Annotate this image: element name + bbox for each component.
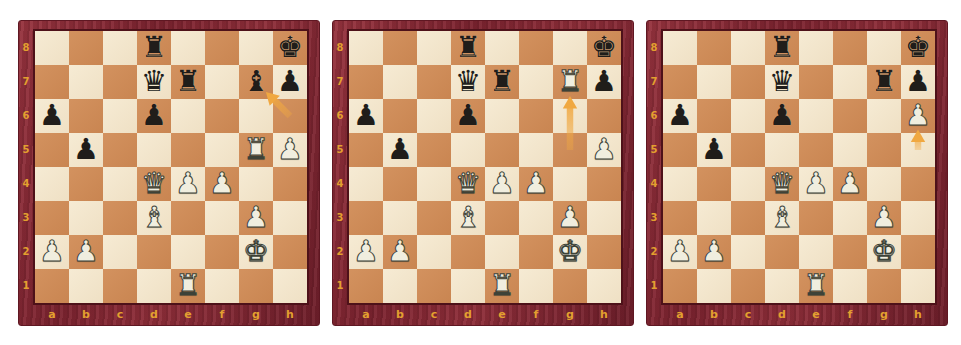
square-a1 (349, 269, 383, 303)
piece-black-pawn-h7: ♟ (905, 64, 931, 98)
piece-white-pawn-e4: ♟ (175, 166, 201, 200)
square-b6 (697, 99, 731, 133)
square-h3 (587, 201, 621, 235)
file-label-e: e (171, 305, 205, 327)
piece-white-rook-e1: ♜ (489, 268, 515, 302)
square-e6 (485, 99, 519, 133)
rank-label-8: 8 (647, 31, 661, 65)
square-a5 (663, 133, 697, 167)
piece-black-king-h8: ♚ (905, 30, 931, 64)
square-d3: ♝ (137, 201, 171, 235)
square-e4: ♟ (485, 167, 519, 201)
square-d1 (451, 269, 485, 303)
file-labels: abcdefgh (663, 305, 935, 327)
square-f4: ♟ (205, 167, 239, 201)
file-label-h: h (273, 305, 307, 327)
file-label-d: d (137, 305, 171, 327)
square-g8 (239, 31, 273, 65)
square-h2 (587, 235, 621, 269)
square-g5 (867, 133, 901, 167)
square-f3 (519, 201, 553, 235)
square-c4 (103, 167, 137, 201)
piece-white-pawn-e4: ♟ (489, 166, 515, 200)
square-g3: ♟ (553, 201, 587, 235)
square-h8: ♚ (587, 31, 621, 65)
square-e4: ♟ (799, 167, 833, 201)
square-g7: ♜ (867, 65, 901, 99)
piece-white-pawn-b2: ♟ (73, 234, 99, 268)
square-a2: ♟ (663, 235, 697, 269)
piece-black-pawn-a6: ♟ (667, 98, 693, 132)
square-e3 (799, 201, 833, 235)
piece-white-pawn-f4: ♟ (837, 166, 863, 200)
square-h4 (587, 167, 621, 201)
square-d2 (451, 235, 485, 269)
piece-black-rook-g7: ♜ (871, 64, 897, 98)
file-label-b: b (69, 305, 103, 327)
square-c7 (731, 65, 765, 99)
piece-white-king-g2: ♚ (557, 234, 583, 268)
square-f2 (205, 235, 239, 269)
piece-black-pawn-d6: ♟ (141, 98, 167, 132)
square-c5 (103, 133, 137, 167)
file-label-a: a (349, 305, 383, 327)
piece-black-pawn-h7: ♟ (277, 64, 303, 98)
piece-white-bishop-d3: ♝ (141, 200, 167, 234)
square-a1 (35, 269, 69, 303)
square-f2 (833, 235, 867, 269)
piece-white-king-g2: ♚ (243, 234, 269, 268)
square-c3 (731, 201, 765, 235)
piece-white-pawn-a2: ♟ (667, 234, 693, 268)
square-a8 (663, 31, 697, 65)
square-g4 (553, 167, 587, 201)
square-h6 (273, 99, 307, 133)
square-c1 (731, 269, 765, 303)
square-b4 (383, 167, 417, 201)
square-d5 (451, 133, 485, 167)
square-f5 (519, 133, 553, 167)
square-a2: ♟ (349, 235, 383, 269)
piece-white-queen-d4: ♛ (455, 166, 481, 200)
square-f5 (833, 133, 867, 167)
square-d4: ♛ (451, 167, 485, 201)
squares-grid: ♜♚♛♜♝♟♟♟♟♜♟♛♟♟♝♟♟♟♚♜ (33, 29, 309, 305)
square-h7: ♟ (901, 65, 935, 99)
rank-labels: 87654321 (647, 31, 661, 303)
file-label-c: c (731, 305, 765, 327)
square-f8 (205, 31, 239, 65)
square-b8 (69, 31, 103, 65)
square-h4 (273, 167, 307, 201)
square-f2 (519, 235, 553, 269)
square-e2 (485, 235, 519, 269)
square-h1 (273, 269, 307, 303)
square-d2 (137, 235, 171, 269)
square-a6: ♟ (349, 99, 383, 133)
square-h6: ♟ (901, 99, 935, 133)
square-a1 (663, 269, 697, 303)
square-b7 (69, 65, 103, 99)
square-c7 (417, 65, 451, 99)
square-c5 (417, 133, 451, 167)
square-d6: ♟ (765, 99, 799, 133)
square-d1 (137, 269, 171, 303)
square-a4 (349, 167, 383, 201)
squares-grid: ♜♚♛♜♟♟♟♟♟♛♟♟♝♟♟♟♚♜ (661, 29, 937, 305)
square-h1 (901, 269, 935, 303)
square-a5 (349, 133, 383, 167)
square-b2: ♟ (383, 235, 417, 269)
rank-label-4: 4 (19, 167, 33, 201)
square-f1 (833, 269, 867, 303)
square-c5 (731, 133, 765, 167)
square-d1 (765, 269, 799, 303)
square-f7 (205, 65, 239, 99)
rank-label-7: 7 (333, 65, 347, 99)
square-f6 (205, 99, 239, 133)
square-c7 (103, 65, 137, 99)
file-label-h: h (587, 305, 621, 327)
rank-label-3: 3 (333, 201, 347, 235)
square-e4: ♟ (171, 167, 205, 201)
square-d5 (765, 133, 799, 167)
square-f4: ♟ (519, 167, 553, 201)
piece-white-rook-g7: ♜ (557, 64, 583, 98)
square-g5 (553, 133, 587, 167)
square-b5: ♟ (697, 133, 731, 167)
square-g7: ♜ (553, 65, 587, 99)
piece-white-pawn-g3: ♟ (871, 200, 897, 234)
piece-white-pawn-h5: ♟ (277, 132, 303, 166)
square-b4 (69, 167, 103, 201)
square-e1: ♜ (485, 269, 519, 303)
square-c6 (417, 99, 451, 133)
square-g2: ♚ (867, 235, 901, 269)
square-e8 (799, 31, 833, 65)
square-b5: ♟ (69, 133, 103, 167)
piece-black-pawn-b5: ♟ (701, 132, 727, 166)
piece-black-king-h8: ♚ (277, 30, 303, 64)
square-b8 (383, 31, 417, 65)
square-g1 (239, 269, 273, 303)
rank-label-3: 3 (647, 201, 661, 235)
square-a6: ♟ (35, 99, 69, 133)
piece-black-rook-d8: ♜ (455, 30, 481, 64)
piece-white-pawn-g3: ♟ (243, 200, 269, 234)
square-h5 (901, 133, 935, 167)
square-b2: ♟ (69, 235, 103, 269)
square-d3: ♝ (765, 201, 799, 235)
square-d8: ♜ (451, 31, 485, 65)
piece-black-rook-e7: ♜ (175, 64, 201, 98)
piece-black-queen-d7: ♛ (455, 64, 481, 98)
square-e7 (799, 65, 833, 99)
piece-white-pawn-e4: ♟ (803, 166, 829, 200)
file-label-c: c (417, 305, 451, 327)
square-g8 (867, 31, 901, 65)
square-h8: ♚ (273, 31, 307, 65)
square-c4 (417, 167, 451, 201)
square-c2 (103, 235, 137, 269)
square-f6 (833, 99, 867, 133)
square-d4: ♛ (765, 167, 799, 201)
square-d2 (765, 235, 799, 269)
square-a3 (349, 201, 383, 235)
piece-white-rook-e1: ♜ (175, 268, 201, 302)
square-b1 (697, 269, 731, 303)
square-b7 (383, 65, 417, 99)
piece-black-rook-d8: ♜ (769, 30, 795, 64)
piece-black-pawn-a6: ♟ (353, 98, 379, 132)
rank-label-3: 3 (19, 201, 33, 235)
square-a8 (35, 31, 69, 65)
file-label-a: a (663, 305, 697, 327)
file-label-g: g (867, 305, 901, 327)
rank-label-6: 6 (647, 99, 661, 133)
square-c6 (103, 99, 137, 133)
piece-white-rook-g5: ♜ (243, 132, 269, 166)
rank-label-4: 4 (647, 167, 661, 201)
square-g1 (553, 269, 587, 303)
square-a4 (663, 167, 697, 201)
square-g2: ♚ (553, 235, 587, 269)
square-h1 (587, 269, 621, 303)
rank-label-5: 5 (19, 133, 33, 167)
square-h2 (901, 235, 935, 269)
rank-label-7: 7 (647, 65, 661, 99)
square-h2 (273, 235, 307, 269)
piece-black-pawn-b5: ♟ (387, 132, 413, 166)
piece-white-bishop-d3: ♝ (455, 200, 481, 234)
file-label-e: e (485, 305, 519, 327)
piece-white-pawn-f4: ♟ (523, 166, 549, 200)
square-a3 (663, 201, 697, 235)
rank-labels: 87654321 (19, 31, 33, 303)
piece-black-rook-d8: ♜ (141, 30, 167, 64)
square-c4 (731, 167, 765, 201)
rank-label-7: 7 (19, 65, 33, 99)
file-labels: abcdefgh (35, 305, 307, 327)
file-label-a: a (35, 305, 69, 327)
rank-label-1: 1 (647, 269, 661, 303)
piece-white-pawn-b2: ♟ (387, 234, 413, 268)
square-c8 (103, 31, 137, 65)
square-c8 (731, 31, 765, 65)
square-g6 (553, 99, 587, 133)
square-e2 (799, 235, 833, 269)
square-h4 (901, 167, 935, 201)
file-label-d: d (451, 305, 485, 327)
square-d6: ♟ (137, 99, 171, 133)
square-e3 (171, 201, 205, 235)
chess-board-3: 87654321 ♜♚♛♜♟♟♟♟♟♛♟♟♝♟♟♟♚♜ abcdefgh (646, 20, 948, 326)
rank-labels: 87654321 (333, 31, 347, 303)
square-f5 (205, 133, 239, 167)
square-a7 (663, 65, 697, 99)
square-f7 (833, 65, 867, 99)
square-a2: ♟ (35, 235, 69, 269)
square-g1 (867, 269, 901, 303)
square-d5 (137, 133, 171, 167)
square-c8 (417, 31, 451, 65)
piece-white-pawn-f4: ♟ (209, 166, 235, 200)
file-label-c: c (103, 305, 137, 327)
square-a4 (35, 167, 69, 201)
file-label-b: b (697, 305, 731, 327)
square-h3 (273, 201, 307, 235)
square-f7 (519, 65, 553, 99)
square-d6: ♟ (451, 99, 485, 133)
rank-label-2: 2 (333, 235, 347, 269)
square-h7: ♟ (587, 65, 621, 99)
square-g3: ♟ (867, 201, 901, 235)
square-e5 (171, 133, 205, 167)
rank-label-4: 4 (333, 167, 347, 201)
square-h5: ♟ (273, 133, 307, 167)
square-f1 (519, 269, 553, 303)
square-b3 (69, 201, 103, 235)
piece-white-rook-e1: ♜ (803, 268, 829, 302)
square-e5 (485, 133, 519, 167)
chess-diagram-sequence: 87654321 ♜♚♛♜♝♟♟♟♟♜♟♛♟♟♝♟♟♟♚♜ abcdefgh 8… (0, 0, 961, 345)
square-b1 (69, 269, 103, 303)
file-label-e: e (799, 305, 833, 327)
piece-white-pawn-g3: ♟ (557, 200, 583, 234)
square-a6: ♟ (663, 99, 697, 133)
piece-black-king-h8: ♚ (591, 30, 617, 64)
piece-white-pawn-a2: ♟ (39, 234, 65, 268)
square-a5 (35, 133, 69, 167)
piece-white-queen-d4: ♛ (141, 166, 167, 200)
piece-white-king-g2: ♚ (871, 234, 897, 268)
square-c3 (417, 201, 451, 235)
square-g6 (239, 99, 273, 133)
square-d8: ♜ (137, 31, 171, 65)
square-f6 (519, 99, 553, 133)
square-h3 (901, 201, 935, 235)
piece-white-pawn-h6: ♟ (905, 98, 931, 132)
square-f8 (833, 31, 867, 65)
square-g2: ♚ (239, 235, 273, 269)
square-e5 (799, 133, 833, 167)
file-labels: abcdefgh (349, 305, 621, 327)
square-f3 (205, 201, 239, 235)
square-d7: ♛ (137, 65, 171, 99)
piece-black-pawn-d6: ♟ (455, 98, 481, 132)
square-g4 (867, 167, 901, 201)
square-b6 (69, 99, 103, 133)
square-b6 (383, 99, 417, 133)
rank-label-2: 2 (647, 235, 661, 269)
piece-black-pawn-d6: ♟ (769, 98, 795, 132)
chess-board-2: 87654321 ♜♚♛♜♜♟♟♟♟♟♛♟♟♝♟♟♟♚♜ abcdefgh (332, 20, 634, 326)
square-f3 (833, 201, 867, 235)
square-f1 (205, 269, 239, 303)
square-f4: ♟ (833, 167, 867, 201)
square-e2 (171, 235, 205, 269)
square-c1 (103, 269, 137, 303)
square-a3 (35, 201, 69, 235)
square-g6 (867, 99, 901, 133)
square-e8 (171, 31, 205, 65)
square-e6 (171, 99, 205, 133)
piece-black-rook-e7: ♜ (489, 64, 515, 98)
piece-black-pawn-b5: ♟ (73, 132, 99, 166)
piece-white-queen-d4: ♛ (769, 166, 795, 200)
square-c3 (103, 201, 137, 235)
file-label-f: f (205, 305, 239, 327)
rank-label-1: 1 (19, 269, 33, 303)
square-b7 (697, 65, 731, 99)
piece-black-bishop-g7: ♝ (243, 64, 269, 98)
square-a8 (349, 31, 383, 65)
rank-label-8: 8 (19, 31, 33, 65)
file-label-f: f (833, 305, 867, 327)
square-e8 (485, 31, 519, 65)
square-e1: ♜ (799, 269, 833, 303)
square-d8: ♜ (765, 31, 799, 65)
square-e1: ♜ (171, 269, 205, 303)
square-d7: ♛ (765, 65, 799, 99)
square-e6 (799, 99, 833, 133)
square-g7: ♝ (239, 65, 273, 99)
square-b1 (383, 269, 417, 303)
squares-grid: ♜♚♛♜♜♟♟♟♟♟♛♟♟♝♟♟♟♚♜ (347, 29, 623, 305)
piece-black-pawn-h7: ♟ (591, 64, 617, 98)
square-h5: ♟ (587, 133, 621, 167)
square-d7: ♛ (451, 65, 485, 99)
square-g3: ♟ (239, 201, 273, 235)
square-b3 (383, 201, 417, 235)
square-b3 (697, 201, 731, 235)
square-c2 (417, 235, 451, 269)
rank-label-5: 5 (647, 133, 661, 167)
square-g8 (553, 31, 587, 65)
rank-label-5: 5 (333, 133, 347, 167)
square-f8 (519, 31, 553, 65)
rank-label-8: 8 (333, 31, 347, 65)
rank-label-2: 2 (19, 235, 33, 269)
square-a7 (349, 65, 383, 99)
square-e7: ♜ (171, 65, 205, 99)
square-a7 (35, 65, 69, 99)
square-e7: ♜ (485, 65, 519, 99)
square-b8 (697, 31, 731, 65)
square-g4 (239, 167, 273, 201)
rank-label-6: 6 (19, 99, 33, 133)
file-label-g: g (239, 305, 273, 327)
file-label-h: h (901, 305, 935, 327)
square-g5: ♜ (239, 133, 273, 167)
piece-white-pawn-a2: ♟ (353, 234, 379, 268)
piece-white-pawn-b2: ♟ (701, 234, 727, 268)
square-c2 (731, 235, 765, 269)
piece-white-pawn-h5: ♟ (591, 132, 617, 166)
file-label-g: g (553, 305, 587, 327)
square-h6 (587, 99, 621, 133)
square-b4 (697, 167, 731, 201)
square-d4: ♛ (137, 167, 171, 201)
rank-label-1: 1 (333, 269, 347, 303)
piece-black-queen-d7: ♛ (141, 64, 167, 98)
file-label-b: b (383, 305, 417, 327)
file-label-d: d (765, 305, 799, 327)
chess-board-1: 87654321 ♜♚♛♜♝♟♟♟♟♜♟♛♟♟♝♟♟♟♚♜ abcdefgh (18, 20, 320, 326)
square-h8: ♚ (901, 31, 935, 65)
piece-black-pawn-a6: ♟ (39, 98, 65, 132)
square-c1 (417, 269, 451, 303)
